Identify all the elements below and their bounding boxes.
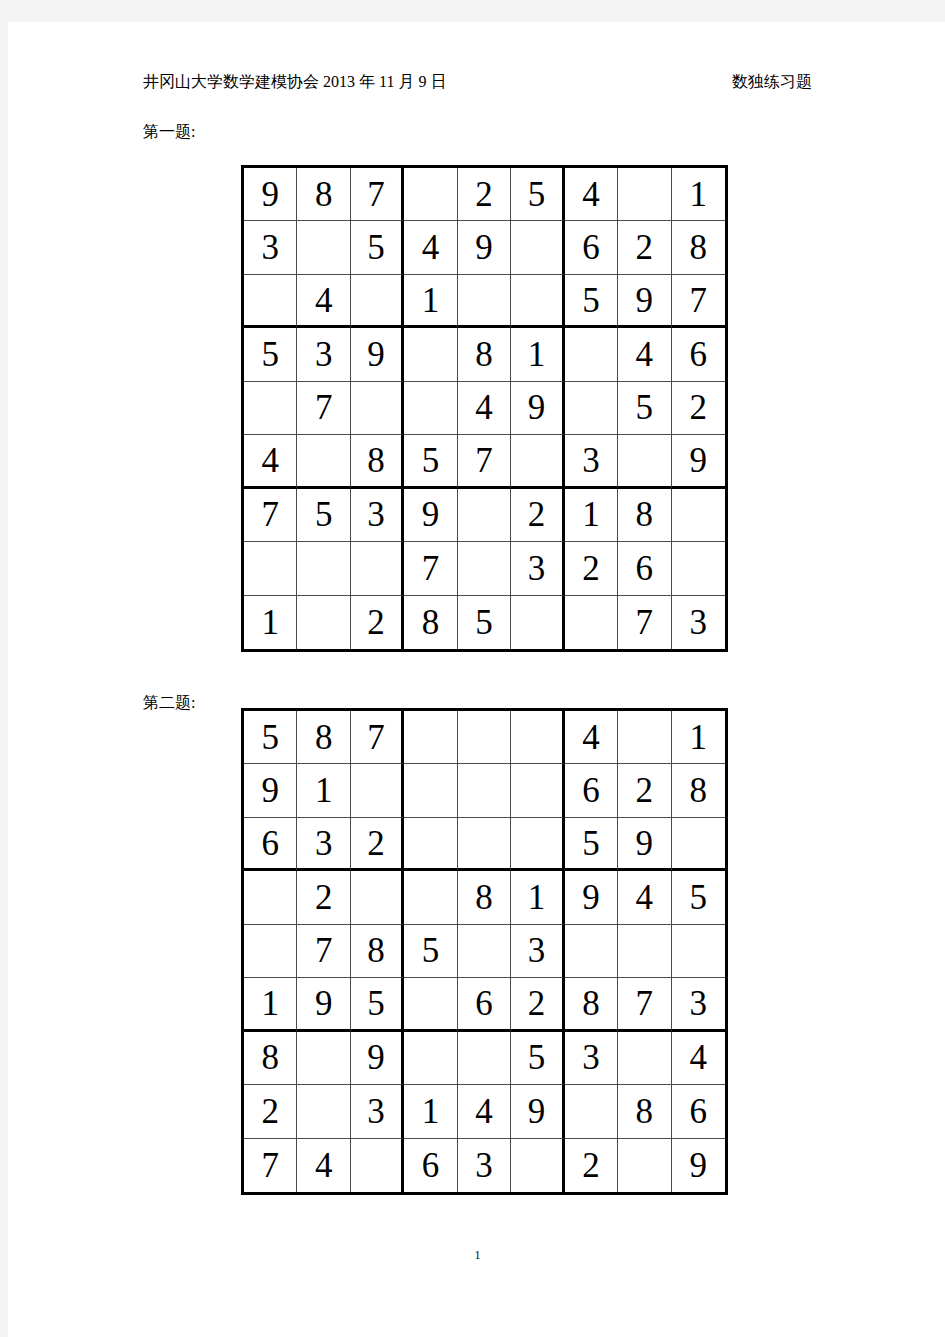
sudoku-cell-r2c8: 2 bbox=[618, 764, 671, 817]
sudoku-cell-r9c3: 2 bbox=[351, 596, 404, 649]
sudoku-cell-r9c8: 7 bbox=[618, 596, 671, 649]
sudoku-cell-r6c3: 5 bbox=[351, 978, 404, 1031]
sudoku-cell-r2c9: 8 bbox=[672, 221, 725, 274]
sudoku-cell-r2c3: 5 bbox=[351, 221, 404, 274]
sudoku-cell-r5c7 bbox=[565, 382, 618, 435]
sudoku-cell-r3c3 bbox=[351, 275, 404, 328]
sudoku-cell-r6c9: 9 bbox=[672, 435, 725, 488]
puzzle-2-label: 第二题: bbox=[143, 693, 195, 714]
sudoku-cell-r5c2: 7 bbox=[297, 925, 350, 978]
sudoku-cell-r3c4 bbox=[404, 818, 457, 871]
sudoku-cell-r3c7: 5 bbox=[565, 818, 618, 871]
sudoku-cell-r4c6: 1 bbox=[511, 328, 564, 381]
sudoku-cell-r9c5: 3 bbox=[458, 1139, 511, 1192]
sudoku-cell-r5c8: 5 bbox=[618, 382, 671, 435]
sudoku-cell-r7c3: 3 bbox=[351, 489, 404, 542]
sudoku-cell-r1c1: 5 bbox=[244, 711, 297, 764]
document-page: 井冈山大学数学建模协会 2013 年 11 月 9 日 数独练习题 第一题: 9… bbox=[8, 22, 945, 1337]
sudoku-cell-r3c1 bbox=[244, 275, 297, 328]
sudoku-cell-r5c2: 7 bbox=[297, 382, 350, 435]
sudoku-cell-r4c1 bbox=[244, 871, 297, 924]
sudoku-cell-r6c8: 7 bbox=[618, 978, 671, 1031]
sudoku-cell-r8c1: 2 bbox=[244, 1085, 297, 1138]
sudoku-cell-r6c9: 3 bbox=[672, 978, 725, 1031]
sudoku-cell-r3c8: 9 bbox=[618, 275, 671, 328]
sudoku-cell-r8c9: 6 bbox=[672, 1085, 725, 1138]
sudoku-cell-r5c9: 2 bbox=[672, 382, 725, 435]
sudoku-cell-r9c9: 9 bbox=[672, 1139, 725, 1192]
sudoku-cell-r9c7 bbox=[565, 596, 618, 649]
sudoku-cell-r6c5: 6 bbox=[458, 978, 511, 1031]
sudoku-cell-r2c6 bbox=[511, 764, 564, 817]
sudoku-cell-r8c8: 6 bbox=[618, 542, 671, 595]
sudoku-cell-r6c7: 8 bbox=[565, 978, 618, 1031]
sudoku-cell-r1c9: 1 bbox=[672, 711, 725, 764]
sudoku-cell-r8c9 bbox=[672, 542, 725, 595]
sudoku-cell-r2c8: 2 bbox=[618, 221, 671, 274]
sudoku-cell-r2c2: 1 bbox=[297, 764, 350, 817]
page-number: 1 bbox=[143, 1247, 812, 1263]
sudoku-cell-r1c2: 8 bbox=[297, 168, 350, 221]
sudoku-cell-r5c4: 5 bbox=[404, 925, 457, 978]
sudoku-cell-r8c8: 8 bbox=[618, 1085, 671, 1138]
sudoku-cell-r3c5 bbox=[458, 275, 511, 328]
sudoku-cell-r4c7: 9 bbox=[565, 871, 618, 924]
sudoku-cell-r8c2 bbox=[297, 1085, 350, 1138]
sudoku-cell-r3c9: 7 bbox=[672, 275, 725, 328]
sudoku-cell-r6c4 bbox=[404, 978, 457, 1031]
sudoku-cell-r1c3: 7 bbox=[351, 168, 404, 221]
sudoku-cell-r7c2: 5 bbox=[297, 489, 350, 542]
sudoku-cell-r6c7: 3 bbox=[565, 435, 618, 488]
sudoku-cell-r6c1: 4 bbox=[244, 435, 297, 488]
sudoku-cell-r7c2 bbox=[297, 1032, 350, 1085]
sudoku-cell-r3c2: 4 bbox=[297, 275, 350, 328]
sudoku-cell-r3c8: 9 bbox=[618, 818, 671, 871]
sudoku-cell-r3c6 bbox=[511, 275, 564, 328]
sudoku-cell-r6c6: 2 bbox=[511, 978, 564, 1031]
sudoku-cell-r9c4: 6 bbox=[404, 1139, 457, 1192]
sudoku-cell-r9c2 bbox=[297, 596, 350, 649]
sudoku-cell-r4c9: 5 bbox=[672, 871, 725, 924]
sudoku-cell-r4c1: 5 bbox=[244, 328, 297, 381]
sudoku-cell-r1c5: 2 bbox=[458, 168, 511, 221]
sudoku-cell-r5c1 bbox=[244, 382, 297, 435]
sudoku-cell-r8c2 bbox=[297, 542, 350, 595]
sudoku-cell-r2c7: 6 bbox=[565, 764, 618, 817]
sudoku-cell-r7c8 bbox=[618, 1032, 671, 1085]
sudoku-cell-r3c4: 1 bbox=[404, 275, 457, 328]
sudoku-cell-r6c1: 1 bbox=[244, 978, 297, 1031]
sudoku-cell-r6c2 bbox=[297, 435, 350, 488]
sudoku-cell-r5c7 bbox=[565, 925, 618, 978]
sudoku-cell-r4c9: 6 bbox=[672, 328, 725, 381]
sudoku-cell-r2c7: 6 bbox=[565, 221, 618, 274]
sudoku-cell-r1c8 bbox=[618, 711, 671, 764]
sudoku-cell-r5c9 bbox=[672, 925, 725, 978]
sudoku-cell-r4c2: 2 bbox=[297, 871, 350, 924]
puzzle-1-label: 第一题: bbox=[143, 122, 195, 143]
sudoku-cell-r2c5: 9 bbox=[458, 221, 511, 274]
sudoku-cell-r9c8 bbox=[618, 1139, 671, 1192]
sudoku-cell-r3c2: 3 bbox=[297, 818, 350, 871]
sudoku-cell-r5c4 bbox=[404, 382, 457, 435]
sudoku-cell-r6c8 bbox=[618, 435, 671, 488]
sudoku-cell-r4c6: 1 bbox=[511, 871, 564, 924]
sudoku-cell-r8c6: 3 bbox=[511, 542, 564, 595]
sudoku-cell-r7c5 bbox=[458, 1032, 511, 1085]
sudoku-cell-r9c1: 1 bbox=[244, 596, 297, 649]
sudoku-cell-r8c5: 4 bbox=[458, 1085, 511, 1138]
sudoku-cell-r5c1 bbox=[244, 925, 297, 978]
sudoku-cell-r7c4: 9 bbox=[404, 489, 457, 542]
sudoku-cell-r8c7: 2 bbox=[565, 542, 618, 595]
sudoku-cell-r7c4 bbox=[404, 1032, 457, 1085]
sudoku-cell-r8c4: 7 bbox=[404, 542, 457, 595]
sudoku-cell-r5c5: 4 bbox=[458, 382, 511, 435]
sudoku-cell-r1c8 bbox=[618, 168, 671, 221]
sudoku-cell-r4c5: 8 bbox=[458, 328, 511, 381]
sudoku-cell-r7c7: 1 bbox=[565, 489, 618, 542]
sudoku-cell-r9c1: 7 bbox=[244, 1139, 297, 1192]
sudoku-cell-r8c6: 9 bbox=[511, 1085, 564, 1138]
sudoku-cell-r7c8: 8 bbox=[618, 489, 671, 542]
sudoku-cell-r6c5: 7 bbox=[458, 435, 511, 488]
sudoku-cell-r7c9: 4 bbox=[672, 1032, 725, 1085]
sudoku-cell-r1c5 bbox=[458, 711, 511, 764]
sudoku-cell-r4c5: 8 bbox=[458, 871, 511, 924]
sudoku-cell-r6c4: 5 bbox=[404, 435, 457, 488]
sudoku-cell-r1c7: 4 bbox=[565, 711, 618, 764]
sudoku-cell-r7c1: 8 bbox=[244, 1032, 297, 1085]
sudoku-cell-r3c1: 6 bbox=[244, 818, 297, 871]
sudoku-cell-r6c2: 9 bbox=[297, 978, 350, 1031]
sudoku-cell-r9c3 bbox=[351, 1139, 404, 1192]
sudoku-cell-r4c3 bbox=[351, 871, 404, 924]
sudoku-cell-r1c2: 8 bbox=[297, 711, 350, 764]
sudoku-cell-r1c9: 1 bbox=[672, 168, 725, 221]
sudoku-cell-r5c8 bbox=[618, 925, 671, 978]
sudoku-cell-r4c8: 4 bbox=[618, 871, 671, 924]
sudoku-cell-r8c1 bbox=[244, 542, 297, 595]
sudoku-cell-r4c3: 9 bbox=[351, 328, 404, 381]
sudoku-cell-r1c1: 9 bbox=[244, 168, 297, 221]
sudoku-cell-r5c6: 9 bbox=[511, 382, 564, 435]
header-org-date: 井冈山大学数学建模协会 2013 年 11 月 9 日 bbox=[143, 72, 446, 93]
sudoku-cell-r1c6 bbox=[511, 711, 564, 764]
sudoku-cell-r5c3 bbox=[351, 382, 404, 435]
document-viewer: 井冈山大学数学建模协会 2013 年 11 月 9 日 数独练习题 第一题: 9… bbox=[0, 0, 945, 1337]
sudoku-cell-r6c6 bbox=[511, 435, 564, 488]
sudoku-cell-r7c9 bbox=[672, 489, 725, 542]
sudoku-cell-r7c5 bbox=[458, 489, 511, 542]
sudoku-cell-r9c4: 8 bbox=[404, 596, 457, 649]
sudoku-cell-r2c1: 9 bbox=[244, 764, 297, 817]
sudoku-cell-r4c2: 3 bbox=[297, 328, 350, 381]
sudoku-cell-r3c3: 2 bbox=[351, 818, 404, 871]
header-doc-title: 数独练习题 bbox=[732, 72, 812, 93]
sudoku-cell-r3c6 bbox=[511, 818, 564, 871]
sudoku-cell-r9c6 bbox=[511, 1139, 564, 1192]
sudoku-cell-r4c4 bbox=[404, 328, 457, 381]
sudoku-cell-r6c3: 8 bbox=[351, 435, 404, 488]
page-header: 井冈山大学数学建模协会 2013 年 11 月 9 日 数独练习题 bbox=[143, 72, 812, 93]
sudoku-cell-r1c6: 5 bbox=[511, 168, 564, 221]
sudoku-cell-r2c1: 3 bbox=[244, 221, 297, 274]
sudoku-cell-r8c3: 3 bbox=[351, 1085, 404, 1138]
sudoku-cell-r4c8: 4 bbox=[618, 328, 671, 381]
sudoku-cell-r2c4: 4 bbox=[404, 221, 457, 274]
sudoku-cell-r3c5 bbox=[458, 818, 511, 871]
sudoku-cell-r4c7 bbox=[565, 328, 618, 381]
sudoku-cell-r2c3 bbox=[351, 764, 404, 817]
sudoku-cell-r5c6: 3 bbox=[511, 925, 564, 978]
sudoku-cell-r3c9 bbox=[672, 818, 725, 871]
sudoku-cell-r4c4 bbox=[404, 871, 457, 924]
sudoku-cell-r9c7: 2 bbox=[565, 1139, 618, 1192]
sudoku-cell-r1c3: 7 bbox=[351, 711, 404, 764]
sudoku-cell-r7c1: 7 bbox=[244, 489, 297, 542]
sudoku-cell-r7c6: 2 bbox=[511, 489, 564, 542]
sudoku-cell-r2c9: 8 bbox=[672, 764, 725, 817]
sudoku-cell-r7c7: 3 bbox=[565, 1032, 618, 1085]
sudoku-cell-r9c5: 5 bbox=[458, 596, 511, 649]
sudoku-cell-r5c3: 8 bbox=[351, 925, 404, 978]
sudoku-cell-r9c6 bbox=[511, 596, 564, 649]
sudoku-cell-r9c2: 4 bbox=[297, 1139, 350, 1192]
sudoku-cell-r5c5 bbox=[458, 925, 511, 978]
sudoku-cell-r8c4: 1 bbox=[404, 1085, 457, 1138]
sudoku-cell-r2c2 bbox=[297, 221, 350, 274]
sudoku-cell-r1c4 bbox=[404, 711, 457, 764]
sudoku-cell-r8c5 bbox=[458, 542, 511, 595]
sudoku-cell-r8c7 bbox=[565, 1085, 618, 1138]
sudoku-cell-r7c6: 5 bbox=[511, 1032, 564, 1085]
sudoku-cell-r1c4 bbox=[404, 168, 457, 221]
sudoku-cell-r2c4 bbox=[404, 764, 457, 817]
sudoku-cell-r1c7: 4 bbox=[565, 168, 618, 221]
sudoku-cell-r8c3 bbox=[351, 542, 404, 595]
sudoku-cell-r3c7: 5 bbox=[565, 275, 618, 328]
sudoku-cell-r9c9: 3 bbox=[672, 596, 725, 649]
sudoku-cell-r2c6 bbox=[511, 221, 564, 274]
sudoku-cell-r2c5 bbox=[458, 764, 511, 817]
sudoku-cell-r7c3: 9 bbox=[351, 1032, 404, 1085]
sudoku-board-2: 5874191628632592819457853195628738953423… bbox=[241, 708, 728, 1195]
sudoku-board-1: 9872541354962841597539814674952485739753… bbox=[241, 165, 728, 652]
